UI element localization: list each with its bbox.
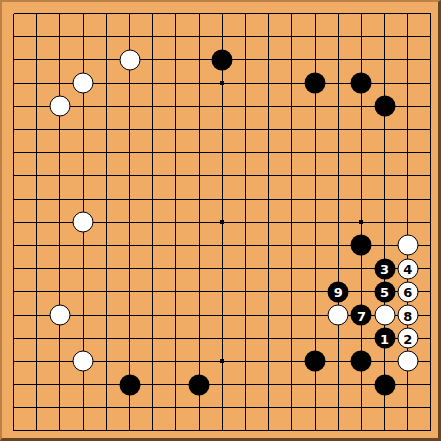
point-B18[interactable] [25,25,48,48]
point-J18[interactable] [188,25,211,48]
point-P13[interactable] [327,141,350,164]
point-F4[interactable] [118,350,141,373]
point-N5[interactable] [280,327,303,350]
point-O11[interactable] [303,188,326,211]
point-K18[interactable] [211,25,234,48]
point-O5[interactable] [303,327,326,350]
point-A1[interactable] [2,419,25,441]
point-A15[interactable] [2,95,25,118]
point-G16[interactable] [141,72,164,95]
point-B17[interactable] [25,48,48,71]
point-O8[interactable] [303,257,326,280]
point-T9[interactable] [419,234,441,257]
point-Q16[interactable] [350,72,373,95]
point-J19[interactable] [188,2,211,25]
point-F12[interactable] [118,164,141,187]
point-M1[interactable] [257,419,280,441]
point-S12[interactable] [396,164,419,187]
point-S11[interactable] [396,188,419,211]
point-K1[interactable] [211,419,234,441]
point-F2[interactable] [118,396,141,419]
point-L16[interactable] [234,72,257,95]
point-R1[interactable] [373,419,396,441]
point-R5[interactable]: 1 [373,327,396,350]
point-D19[interactable] [72,2,95,25]
point-K9[interactable] [211,234,234,257]
point-P5[interactable] [327,327,350,350]
point-T18[interactable] [419,25,441,48]
point-H1[interactable] [164,419,187,441]
point-A14[interactable] [2,118,25,141]
point-C2[interactable] [48,396,71,419]
point-M3[interactable] [257,373,280,396]
point-Q4[interactable] [350,350,373,373]
point-D3[interactable] [72,373,95,396]
point-R17[interactable] [373,48,396,71]
point-C18[interactable] [48,25,71,48]
point-P4[interactable] [327,350,350,373]
point-T14[interactable] [419,118,441,141]
point-P18[interactable] [327,25,350,48]
point-A12[interactable] [2,164,25,187]
point-P7[interactable]: 9 [327,280,350,303]
point-D9[interactable] [72,234,95,257]
point-R15[interactable] [373,95,396,118]
point-S14[interactable] [396,118,419,141]
point-G6[interactable] [141,303,164,326]
point-G19[interactable] [141,2,164,25]
point-N13[interactable] [280,141,303,164]
point-B10[interactable] [25,211,48,234]
point-M11[interactable] [257,188,280,211]
point-G9[interactable] [141,234,164,257]
point-K7[interactable] [211,280,234,303]
point-G8[interactable] [141,257,164,280]
point-D14[interactable] [72,118,95,141]
point-N10[interactable] [280,211,303,234]
point-M19[interactable] [257,2,280,25]
point-M13[interactable] [257,141,280,164]
point-C12[interactable] [48,164,71,187]
point-C11[interactable] [48,188,71,211]
point-G2[interactable] [141,396,164,419]
point-M6[interactable] [257,303,280,326]
point-R9[interactable] [373,234,396,257]
point-A3[interactable] [2,373,25,396]
point-D12[interactable] [72,164,95,187]
point-Q19[interactable] [350,2,373,25]
point-B7[interactable] [25,280,48,303]
point-S15[interactable] [396,95,419,118]
point-D11[interactable] [72,188,95,211]
point-A5[interactable] [2,327,25,350]
point-A6[interactable] [2,303,25,326]
point-M8[interactable] [257,257,280,280]
point-K8[interactable] [211,257,234,280]
point-J15[interactable] [188,95,211,118]
point-B4[interactable] [25,350,48,373]
point-H2[interactable] [164,396,187,419]
point-H10[interactable] [164,211,187,234]
point-G14[interactable] [141,118,164,141]
point-B3[interactable] [25,373,48,396]
point-B8[interactable] [25,257,48,280]
point-S16[interactable] [396,72,419,95]
point-B9[interactable] [25,234,48,257]
point-Q10[interactable] [350,211,373,234]
point-A4[interactable] [2,350,25,373]
point-G1[interactable] [141,419,164,441]
point-E14[interactable] [95,118,118,141]
point-Q3[interactable] [350,373,373,396]
point-G7[interactable] [141,280,164,303]
point-G11[interactable] [141,188,164,211]
point-R16[interactable] [373,72,396,95]
point-E8[interactable] [95,257,118,280]
point-G15[interactable] [141,95,164,118]
point-E16[interactable] [95,72,118,95]
point-G3[interactable] [141,373,164,396]
point-H9[interactable] [164,234,187,257]
point-T11[interactable] [419,188,441,211]
point-E19[interactable] [95,2,118,25]
point-M10[interactable] [257,211,280,234]
point-K11[interactable] [211,188,234,211]
point-K14[interactable] [211,118,234,141]
point-T8[interactable] [419,257,441,280]
point-L12[interactable] [234,164,257,187]
point-R19[interactable] [373,2,396,25]
point-S19[interactable] [396,2,419,25]
point-T19[interactable] [419,2,441,25]
point-F10[interactable] [118,211,141,234]
point-L14[interactable] [234,118,257,141]
point-C10[interactable] [48,211,71,234]
point-M18[interactable] [257,25,280,48]
point-C5[interactable] [48,327,71,350]
point-K2[interactable] [211,396,234,419]
point-N4[interactable] [280,350,303,373]
point-Q15[interactable] [350,95,373,118]
point-N6[interactable] [280,303,303,326]
point-A13[interactable] [2,141,25,164]
point-B16[interactable] [25,72,48,95]
point-C8[interactable] [48,257,71,280]
point-P8[interactable] [327,257,350,280]
point-P16[interactable] [327,72,350,95]
point-D4[interactable] [72,350,95,373]
point-S1[interactable] [396,419,419,441]
point-B11[interactable] [25,188,48,211]
point-M15[interactable] [257,95,280,118]
point-R2[interactable] [373,396,396,419]
point-L6[interactable] [234,303,257,326]
point-L4[interactable] [234,350,257,373]
point-N17[interactable] [280,48,303,71]
point-O18[interactable] [303,25,326,48]
point-J12[interactable] [188,164,211,187]
point-R10[interactable] [373,211,396,234]
point-J17[interactable] [188,48,211,71]
point-R18[interactable] [373,25,396,48]
point-F6[interactable] [118,303,141,326]
point-A8[interactable] [2,257,25,280]
point-A9[interactable] [2,234,25,257]
point-K17[interactable] [211,48,234,71]
point-N19[interactable] [280,2,303,25]
point-M12[interactable] [257,164,280,187]
point-N15[interactable] [280,95,303,118]
point-F18[interactable] [118,25,141,48]
point-S3[interactable] [396,373,419,396]
point-C14[interactable] [48,118,71,141]
point-N3[interactable] [280,373,303,396]
point-N12[interactable] [280,164,303,187]
point-E1[interactable] [95,419,118,441]
point-M14[interactable] [257,118,280,141]
point-T15[interactable] [419,95,441,118]
point-J16[interactable] [188,72,211,95]
point-L5[interactable] [234,327,257,350]
point-B5[interactable] [25,327,48,350]
point-E3[interactable] [95,373,118,396]
point-M16[interactable] [257,72,280,95]
point-Q18[interactable] [350,25,373,48]
point-D10[interactable] [72,211,95,234]
point-G18[interactable] [141,25,164,48]
point-F11[interactable] [118,188,141,211]
point-A17[interactable] [2,48,25,71]
point-B19[interactable] [25,2,48,25]
point-D2[interactable] [72,396,95,419]
point-A2[interactable] [2,396,25,419]
point-L10[interactable] [234,211,257,234]
point-B6[interactable] [25,303,48,326]
point-P2[interactable] [327,396,350,419]
point-H6[interactable] [164,303,187,326]
point-T5[interactable] [419,327,441,350]
point-K19[interactable] [211,2,234,25]
point-H15[interactable] [164,95,187,118]
point-F7[interactable] [118,280,141,303]
point-P10[interactable] [327,211,350,234]
point-L7[interactable] [234,280,257,303]
point-F13[interactable] [118,141,141,164]
point-A11[interactable] [2,188,25,211]
point-S13[interactable] [396,141,419,164]
point-O7[interactable] [303,280,326,303]
point-G10[interactable] [141,211,164,234]
point-K12[interactable] [211,164,234,187]
point-M17[interactable] [257,48,280,71]
point-O12[interactable] [303,164,326,187]
point-G5[interactable] [141,327,164,350]
point-N11[interactable] [280,188,303,211]
point-F3[interactable] [118,373,141,396]
point-S9[interactable] [396,234,419,257]
point-H17[interactable] [164,48,187,71]
point-G12[interactable] [141,164,164,187]
point-A7[interactable] [2,280,25,303]
point-J1[interactable] [188,419,211,441]
point-P6[interactable] [327,303,350,326]
point-C13[interactable] [48,141,71,164]
point-P3[interactable] [327,373,350,396]
point-K3[interactable] [211,373,234,396]
point-C17[interactable] [48,48,71,71]
point-R13[interactable] [373,141,396,164]
point-K6[interactable] [211,303,234,326]
point-J8[interactable] [188,257,211,280]
point-O2[interactable] [303,396,326,419]
point-Q9[interactable] [350,234,373,257]
point-O17[interactable] [303,48,326,71]
point-O9[interactable] [303,234,326,257]
point-H11[interactable] [164,188,187,211]
point-J10[interactable] [188,211,211,234]
point-F16[interactable] [118,72,141,95]
point-F19[interactable] [118,2,141,25]
point-Q11[interactable] [350,188,373,211]
point-C6[interactable] [48,303,71,326]
point-H19[interactable] [164,2,187,25]
point-N7[interactable] [280,280,303,303]
point-O15[interactable] [303,95,326,118]
point-P11[interactable] [327,188,350,211]
point-E4[interactable] [95,350,118,373]
point-O14[interactable] [303,118,326,141]
point-H8[interactable] [164,257,187,280]
point-D7[interactable] [72,280,95,303]
point-N2[interactable] [280,396,303,419]
point-G4[interactable] [141,350,164,373]
point-D13[interactable] [72,141,95,164]
point-E7[interactable] [95,280,118,303]
point-T6[interactable] [419,303,441,326]
point-S7[interactable]: 6 [396,280,419,303]
point-F15[interactable] [118,95,141,118]
point-B12[interactable] [25,164,48,187]
point-O6[interactable] [303,303,326,326]
point-C7[interactable] [48,280,71,303]
point-Q1[interactable] [350,419,373,441]
point-T16[interactable] [419,72,441,95]
point-Q13[interactable] [350,141,373,164]
point-M9[interactable] [257,234,280,257]
point-S17[interactable] [396,48,419,71]
point-N14[interactable] [280,118,303,141]
point-F14[interactable] [118,118,141,141]
point-T4[interactable] [419,350,441,373]
point-A10[interactable] [2,211,25,234]
point-D18[interactable] [72,25,95,48]
point-M4[interactable] [257,350,280,373]
point-J13[interactable] [188,141,211,164]
point-Q6[interactable]: 7 [350,303,373,326]
point-N16[interactable] [280,72,303,95]
point-C9[interactable] [48,234,71,257]
point-B14[interactable] [25,118,48,141]
point-H5[interactable] [164,327,187,350]
point-R3[interactable] [373,373,396,396]
point-T7[interactable] [419,280,441,303]
point-T10[interactable] [419,211,441,234]
point-C1[interactable] [48,419,71,441]
point-J5[interactable] [188,327,211,350]
point-O10[interactable] [303,211,326,234]
point-E10[interactable] [95,211,118,234]
point-F5[interactable] [118,327,141,350]
point-J11[interactable] [188,188,211,211]
point-C15[interactable] [48,95,71,118]
point-M2[interactable] [257,396,280,419]
point-F1[interactable] [118,419,141,441]
point-S8[interactable]: 4 [396,257,419,280]
point-M7[interactable] [257,280,280,303]
point-M5[interactable] [257,327,280,350]
point-E6[interactable] [95,303,118,326]
point-Q8[interactable] [350,257,373,280]
point-P12[interactable] [327,164,350,187]
point-J9[interactable] [188,234,211,257]
point-H18[interactable] [164,25,187,48]
point-T3[interactable] [419,373,441,396]
point-H3[interactable] [164,373,187,396]
point-N8[interactable] [280,257,303,280]
point-R11[interactable] [373,188,396,211]
point-T13[interactable] [419,141,441,164]
point-A16[interactable] [2,72,25,95]
point-E11[interactable] [95,188,118,211]
point-R14[interactable] [373,118,396,141]
point-B13[interactable] [25,141,48,164]
point-L1[interactable] [234,419,257,441]
point-E12[interactable] [95,164,118,187]
point-L8[interactable] [234,257,257,280]
point-S5[interactable]: 2 [396,327,419,350]
point-H16[interactable] [164,72,187,95]
point-L18[interactable] [234,25,257,48]
point-E2[interactable] [95,396,118,419]
point-K13[interactable] [211,141,234,164]
point-O1[interactable] [303,419,326,441]
point-G13[interactable] [141,141,164,164]
point-N1[interactable] [280,419,303,441]
point-E9[interactable] [95,234,118,257]
point-K16[interactable] [211,72,234,95]
point-J3[interactable] [188,373,211,396]
point-K15[interactable] [211,95,234,118]
point-P17[interactable] [327,48,350,71]
point-R8[interactable]: 3 [373,257,396,280]
point-R12[interactable] [373,164,396,187]
point-H14[interactable] [164,118,187,141]
point-Q2[interactable] [350,396,373,419]
point-T1[interactable] [419,419,441,441]
point-Q7[interactable] [350,280,373,303]
point-B1[interactable] [25,419,48,441]
point-K5[interactable] [211,327,234,350]
point-O13[interactable] [303,141,326,164]
point-L19[interactable] [234,2,257,25]
point-O3[interactable] [303,373,326,396]
point-E18[interactable] [95,25,118,48]
point-C4[interactable] [48,350,71,373]
point-F17[interactable] [118,48,141,71]
point-T2[interactable] [419,396,441,419]
point-E5[interactable] [95,327,118,350]
point-D5[interactable] [72,327,95,350]
